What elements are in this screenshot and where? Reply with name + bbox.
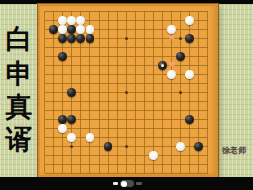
black-stone: [67, 115, 76, 124]
grid-line-h: [45, 101, 208, 102]
pink-cross-marker: ✕: [169, 34, 176, 42]
grid-line-v: [144, 11, 145, 173]
white-stone: [67, 133, 76, 142]
grid-line-v: [135, 11, 136, 173]
black-stone: [194, 142, 203, 151]
white-stone: [76, 25, 85, 34]
white-stone: [86, 133, 95, 142]
watermark: 徐老师: [222, 146, 252, 155]
black-stone: [67, 34, 76, 43]
white-stone: [58, 25, 67, 34]
grid-line-h: [45, 173, 208, 174]
player-name-char-2: 真: [2, 92, 36, 122]
black-stone: [176, 52, 185, 61]
white-stone: [185, 70, 194, 79]
star-point: [179, 37, 182, 40]
player-name-char-3: 谞: [2, 125, 36, 155]
player-info-panel: 白 申 真 谞: [0, 4, 38, 177]
white-stone: [185, 16, 194, 25]
white-stone: [58, 16, 67, 25]
grid-line-v: [162, 11, 163, 173]
forward-icon[interactable]: [136, 182, 142, 185]
white-stone: [167, 70, 176, 79]
black-stone: [49, 25, 58, 34]
letterbox-bottom: [0, 177, 253, 190]
black-stone: [58, 115, 67, 124]
rewind-icon[interactable]: [113, 182, 118, 185]
grid-line-v: [207, 11, 208, 173]
grid-line-h: [45, 164, 208, 165]
grid-line-h: [45, 128, 208, 129]
pink-cross-marker: ✕: [169, 61, 176, 69]
player-color-label: 白: [2, 24, 36, 54]
play-toggle[interactable]: [120, 180, 134, 187]
black-stone: [185, 34, 194, 43]
last-move-marker: [161, 64, 164, 67]
white-stone: [76, 16, 85, 25]
grid-line-h: [45, 155, 208, 156]
grid-line-v: [153, 11, 154, 173]
black-stone: [104, 142, 113, 151]
star-point: [125, 37, 128, 40]
white-stone: [58, 124, 67, 133]
go-board: ✕✕: [38, 4, 218, 177]
video-frame: 白 申 真 谞 ✕✕ 徐老师: [0, 0, 253, 190]
black-stone: [58, 34, 67, 43]
black-stone: [86, 34, 95, 43]
star-point: [125, 145, 128, 148]
toggle-knob: [121, 181, 127, 187]
grid-line-h: [45, 110, 208, 111]
playback-controls: [0, 180, 253, 187]
white-stone: [67, 16, 76, 25]
black-stone: [76, 34, 85, 43]
star-point: [70, 145, 73, 148]
black-stone: [67, 88, 76, 97]
star-point: [125, 91, 128, 94]
star-point: [179, 91, 182, 94]
player-name-char-1: 申: [2, 59, 36, 89]
white-stone: [149, 151, 158, 160]
black-stone: [58, 52, 67, 61]
black-stone: [67, 25, 76, 34]
white-stone: [176, 142, 185, 151]
white-stone: [86, 25, 95, 34]
black-stone: [185, 115, 194, 124]
